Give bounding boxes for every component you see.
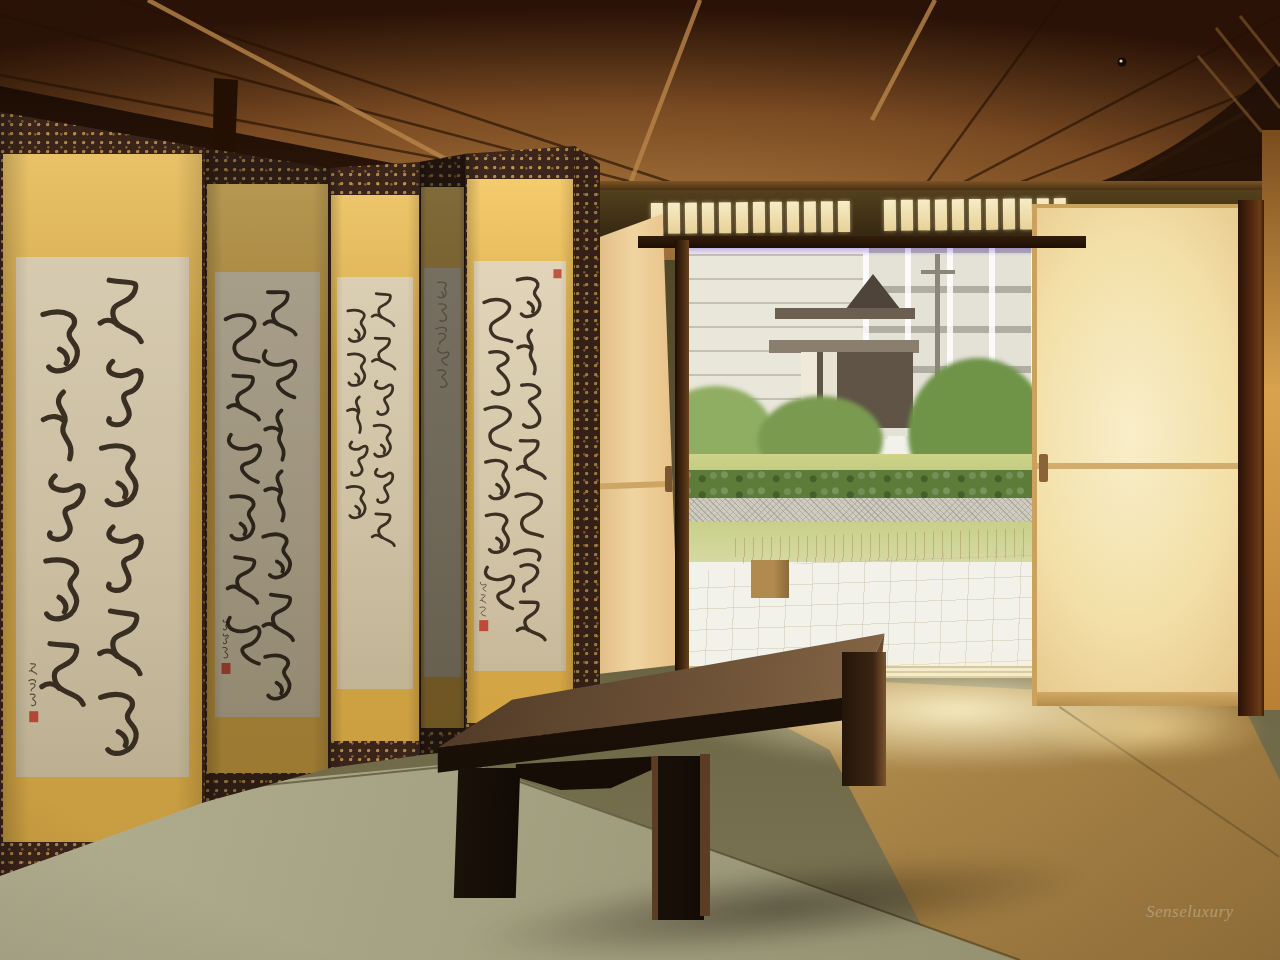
transom-pane <box>838 201 850 232</box>
transom-rail <box>588 181 1280 190</box>
bench-leg <box>751 560 789 598</box>
byobu-panel-4-edge <box>420 154 465 755</box>
panel-fold-shading <box>0 112 205 876</box>
transom-pane <box>884 200 896 231</box>
panel-fold-shading <box>420 154 465 755</box>
house-roof-peak <box>845 274 901 310</box>
door-jamb <box>675 240 689 690</box>
transom-pane <box>770 202 782 233</box>
transom-pane <box>821 201 833 232</box>
transom-pane <box>804 201 816 232</box>
transom-pane <box>787 201 799 232</box>
transom-pane <box>736 202 748 233</box>
byobu-brocade-end-frame <box>575 146 600 742</box>
transom-pane <box>918 199 930 230</box>
ceiling-light-2 <box>1118 58 1127 67</box>
transom-pane <box>668 203 680 234</box>
stone-embankment-wall <box>683 498 1032 525</box>
byobu-panel-5 <box>465 146 575 750</box>
byobu-panel-1 <box>0 112 205 876</box>
transom-pane <box>1020 198 1032 229</box>
transom-pane <box>1003 199 1015 230</box>
transom-pane <box>753 202 765 233</box>
transom-pane <box>685 203 697 234</box>
transom-pane <box>719 202 731 233</box>
house-eave <box>775 308 915 319</box>
table-leg-front-left <box>454 768 521 898</box>
watermark: Senseluxury <box>1146 902 1276 922</box>
byobu-panel-3 <box>330 162 420 768</box>
transom-pane-group-left <box>651 201 850 234</box>
wood-pillar <box>1238 200 1264 716</box>
table-leg-front-right <box>652 756 704 920</box>
panel-fold-shading <box>465 146 575 750</box>
transom-pane <box>952 199 964 230</box>
transom-pane <box>986 199 998 230</box>
transom-pane <box>901 200 913 231</box>
transom-pane <box>969 199 981 230</box>
shoji-panel-right <box>1032 204 1250 706</box>
transom-pane <box>935 199 947 230</box>
utility-pole-crossarm <box>921 270 955 274</box>
far-right-wall <box>1262 130 1280 710</box>
shoji-pull-handle <box>1039 454 1048 482</box>
shoji-right-rail <box>1037 463 1245 469</box>
table-leg-front-right-lit-face <box>700 754 710 916</box>
panel-fold-shading <box>330 162 420 768</box>
shoji-left-pull-handle <box>665 466 673 492</box>
byobu-panel-2 <box>205 148 330 802</box>
door-lintel <box>638 236 1086 248</box>
panel-fold-shading <box>205 148 330 802</box>
photo-japanese-room: Senseluxury <box>0 0 1280 960</box>
doorway-exterior-view <box>683 246 1032 678</box>
table-leg-far-right <box>842 652 886 786</box>
transom-pane <box>702 202 714 233</box>
shoji-floor-glow <box>1030 694 1270 764</box>
